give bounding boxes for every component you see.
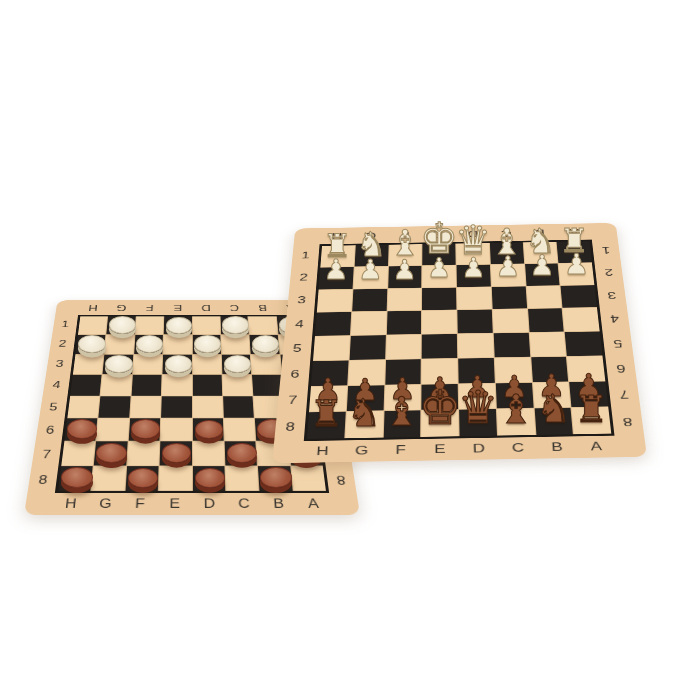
white-pawn-f2[interactable]: ♟: [391, 256, 418, 283]
black-rook-a8[interactable]: ♜: [573, 391, 610, 428]
black-knight-g8[interactable]: ♞: [345, 394, 383, 432]
white-pawn-c2[interactable]: ♟: [494, 253, 522, 281]
white-pawn-e2[interactable]: ♟: [426, 255, 453, 282]
product-photo: HGFEDCBA HGFEDCBA 12345678 12345678 HGFE…: [0, 0, 700, 700]
black-knight-b8[interactable]: ♞: [534, 390, 573, 429]
black-king-e8[interactable]: ♚: [416, 384, 464, 432]
black-bishop-c8[interactable]: ♝: [496, 389, 536, 429]
black-bishop-f8[interactable]: ♝: [382, 392, 421, 431]
white-pawn-d2[interactable]: ♟: [460, 254, 487, 281]
black-rook-h8[interactable]: ♜: [308, 396, 344, 432]
white-pawn-a2[interactable]: ♟: [562, 251, 591, 280]
white-pawn-h2[interactable]: ♟: [322, 256, 350, 284]
white-pawn-b2[interactable]: ♟: [528, 252, 556, 280]
white-pawn-g2[interactable]: ♟: [357, 256, 384, 283]
chess-pieces-layer: ♜♞♝♚♛♝♞♜♟♟♟♟♟♟♟♟♟♟♟♟♟♟♟♟♜♞♝♚♛♝♞♜: [0, 0, 700, 700]
